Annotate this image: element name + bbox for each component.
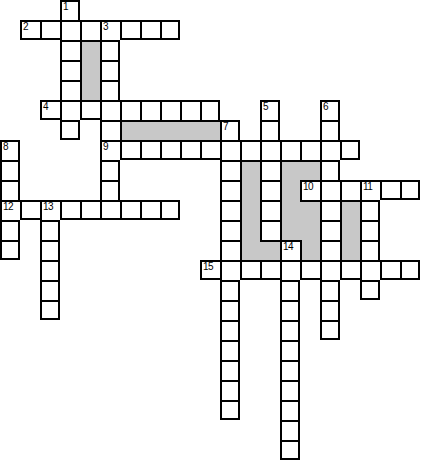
letter-cell[interactable] [100,120,120,140]
clue-number: 10 [303,182,313,192]
letter-cell[interactable] [260,160,280,180]
clue-number: 13 [43,202,53,212]
blocked-cell [240,160,260,180]
letter-cell[interactable]: 4 [40,100,60,120]
letter-cell[interactable]: 14 [280,240,300,260]
letter-cell[interactable] [220,220,240,240]
letter-cell[interactable] [220,240,240,260]
letter-cell[interactable] [260,200,280,220]
blocked-cell [240,240,260,260]
letter-cell[interactable] [240,140,260,160]
blocked-cell [300,240,320,260]
blocked-cell [180,120,200,140]
letter-cell[interactable] [380,180,400,200]
letter-cell[interactable]: 1 [60,0,80,20]
letter-cell[interactable]: 13 [40,200,60,220]
letter-cell[interactable] [20,200,40,220]
letter-cell[interactable] [40,300,60,320]
letter-cell[interactable]: 6 [320,100,340,120]
letter-cell[interactable] [220,140,240,160]
letter-cell[interactable] [220,360,240,380]
clue-number: 5 [263,102,268,112]
letter-cell[interactable] [260,220,280,240]
letter-cell[interactable] [200,140,220,160]
letter-cell[interactable] [300,260,320,280]
letter-cell[interactable] [280,140,300,160]
letter-cell[interactable] [280,340,300,360]
letter-cell[interactable] [280,260,300,280]
letter-cell[interactable] [220,260,240,280]
letter-cell[interactable] [100,200,120,220]
blocked-cell [240,200,260,220]
letter-cell[interactable] [340,140,360,160]
letter-cell[interactable]: 10 [300,180,320,200]
letter-cell[interactable] [40,240,60,260]
letter-cell[interactable] [100,60,120,80]
blocked-cell [260,240,280,260]
letter-cell[interactable] [40,20,60,40]
letter-cell[interactable] [0,160,20,180]
blocked-cell [300,200,320,220]
blocked-cell [80,80,100,100]
blocked-cell [160,120,180,140]
letter-cell[interactable] [80,20,100,40]
clue-number: 11 [363,182,372,192]
letter-cell[interactable]: 9 [100,140,120,160]
letter-cell[interactable] [360,240,380,260]
letter-cell[interactable] [200,100,220,120]
blocked-cell [140,120,160,140]
letter-cell[interactable] [100,160,120,180]
blocked-cell [340,220,360,240]
letter-cell[interactable] [220,320,240,340]
letter-cell[interactable] [380,260,400,280]
letter-cell[interactable] [360,220,380,240]
letter-cell[interactable] [320,160,340,180]
letter-cell[interactable] [360,200,380,220]
blocked-cell [300,220,320,240]
letter-cell[interactable] [160,200,180,220]
letter-cell[interactable] [340,180,360,200]
letter-cell[interactable]: 2 [20,20,40,40]
letter-cell[interactable] [320,200,340,220]
letter-cell[interactable] [320,240,340,260]
letter-cell[interactable] [260,120,280,140]
letter-cell[interactable] [320,180,340,200]
letter-cell[interactable] [0,220,20,240]
letter-cell[interactable] [40,260,60,280]
crossword-page: 123456789101112131415 [0,0,421,461]
letter-cell[interactable] [220,380,240,400]
letter-cell[interactable] [60,80,80,100]
clue-number: 14 [283,242,293,252]
blocked-cell [280,200,300,220]
letter-cell[interactable] [320,120,340,140]
letter-cell[interactable] [60,200,80,220]
letter-cell[interactable] [260,140,280,160]
clue-number: 8 [3,142,8,152]
letter-cell[interactable] [340,260,360,280]
letter-cell[interactable] [140,20,160,40]
letter-cell[interactable] [120,140,140,160]
letter-cell[interactable] [140,100,160,120]
letter-cell[interactable] [280,440,300,460]
letter-cell[interactable] [60,120,80,140]
letter-cell[interactable] [180,100,200,120]
letter-cell[interactable] [240,260,260,280]
letter-cell[interactable]: 8 [0,140,20,160]
clue-number: 3 [103,22,108,32]
blocked-cell [280,220,300,240]
letter-cell[interactable] [280,280,300,300]
crossword-board: 123456789101112131415 [0,0,420,460]
letter-cell[interactable] [300,140,320,160]
letter-cell[interactable] [280,420,300,440]
letter-cell[interactable] [320,220,340,240]
clue-number: 9 [103,142,108,152]
letter-cell[interactable] [400,260,420,280]
letter-cell[interactable] [140,140,160,160]
letter-cell[interactable] [280,380,300,400]
letter-cell[interactable] [320,140,340,160]
clue-number: 1 [63,2,68,12]
letter-cell[interactable] [0,180,20,200]
letter-cell[interactable] [0,240,20,260]
letter-cell[interactable] [360,260,380,280]
letter-cell[interactable] [280,300,300,320]
letter-cell[interactable] [60,60,80,80]
letter-cell[interactable] [280,400,300,420]
blocked-cell [240,180,260,200]
letter-cell[interactable] [180,140,200,160]
letter-cell[interactable] [220,340,240,360]
letter-cell[interactable]: 12 [0,200,20,220]
letter-cell[interactable] [220,400,240,420]
letter-cell[interactable]: 15 [200,260,220,280]
letter-cell[interactable] [220,200,240,220]
clue-number: 6 [323,102,328,112]
blocked-cell [280,180,300,200]
letter-cell[interactable] [100,40,120,60]
clue-number: 15 [203,262,213,272]
letter-cell[interactable] [140,200,160,220]
letter-cell[interactable] [160,140,180,160]
letter-cell[interactable] [260,180,280,200]
letter-cell[interactable] [400,180,420,200]
letter-cell[interactable] [160,20,180,40]
clue-number: 7 [223,122,228,132]
letter-cell[interactable] [100,100,120,120]
blocked-cell [200,120,220,140]
blocked-cell [280,160,300,180]
blocked-cell [300,160,320,180]
letter-cell[interactable] [280,360,300,380]
letter-cell[interactable] [220,160,240,180]
letter-cell[interactable] [320,260,340,280]
letter-cell[interactable] [260,260,280,280]
blocked-cell [80,40,100,60]
letter-cell[interactable] [220,280,240,300]
letter-cell[interactable] [100,180,120,200]
letter-cell[interactable] [320,300,340,320]
letter-cell[interactable] [220,180,240,200]
blocked-cell [120,120,140,140]
letter-cell[interactable] [160,100,180,120]
letter-cell[interactable] [60,40,80,60]
letter-cell[interactable] [60,100,80,120]
clue-number: 2 [23,22,28,32]
letter-cell[interactable] [280,320,300,340]
clue-number: 12 [3,202,13,212]
letter-cell[interactable] [100,80,120,100]
letter-cell[interactable] [40,280,60,300]
letter-cell[interactable] [360,280,380,300]
letter-cell[interactable] [60,20,80,40]
letter-cell[interactable]: 11 [360,180,380,200]
letter-cell[interactable] [120,200,140,220]
letter-cell[interactable] [320,280,340,300]
letter-cell[interactable] [120,20,140,40]
letter-cell[interactable]: 5 [260,100,280,120]
letter-cell[interactable] [80,200,100,220]
clue-number: 4 [43,102,48,112]
letter-cell[interactable] [320,320,340,340]
blocked-cell [240,220,260,240]
letter-cell[interactable] [40,220,60,240]
letter-cell[interactable]: 7 [220,120,240,140]
blocked-cell [340,200,360,220]
letter-cell[interactable] [80,100,100,120]
letter-cell[interactable] [120,100,140,120]
letter-cell[interactable] [220,300,240,320]
blocked-cell [340,240,360,260]
blocked-cell [80,60,100,80]
letter-cell[interactable]: 3 [100,20,120,40]
